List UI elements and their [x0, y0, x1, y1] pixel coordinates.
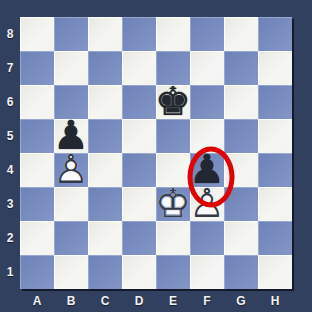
- chess-diagram: 87654321 ♚♟♟♙♟♚♔♟♙ ABCDEFGH: [0, 0, 312, 312]
- square-a4[interactable]: [20, 153, 54, 187]
- square-d2[interactable]: [122, 221, 156, 255]
- square-a2[interactable]: [20, 221, 54, 255]
- square-c4[interactable]: [88, 153, 122, 187]
- white-pawn-outline: ♙: [54, 152, 88, 186]
- square-h3[interactable]: [258, 187, 292, 221]
- file-label-a: A: [20, 289, 54, 312]
- square-e1[interactable]: [156, 255, 190, 289]
- file-label-b: B: [54, 289, 88, 312]
- rank-label-4: 4: [0, 153, 20, 187]
- white-king-outline: ♔: [156, 186, 190, 220]
- square-c6[interactable]: [88, 85, 122, 119]
- board: ♚♟♟♙♟♚♔♟♙: [20, 17, 292, 289]
- square-f8[interactable]: [190, 17, 224, 51]
- rank-label-1: 1: [0, 255, 20, 289]
- rank-labels: 87654321: [0, 17, 20, 289]
- square-c8[interactable]: [88, 17, 122, 51]
- square-g4[interactable]: [224, 153, 258, 187]
- file-label-h: H: [258, 289, 292, 312]
- rank-label-6: 6: [0, 85, 20, 119]
- square-f6[interactable]: [190, 85, 224, 119]
- square-a3[interactable]: [20, 187, 54, 221]
- square-a1[interactable]: [20, 255, 54, 289]
- square-h2[interactable]: [258, 221, 292, 255]
- black-king-e6[interactable]: ♚: [156, 85, 190, 119]
- rank-label-3: 3: [0, 187, 20, 221]
- square-d6[interactable]: [122, 85, 156, 119]
- square-g3[interactable]: [224, 187, 258, 221]
- square-f1[interactable]: [190, 255, 224, 289]
- square-b4[interactable]: ♟♙: [54, 153, 88, 187]
- file-label-g: G: [224, 289, 258, 312]
- square-c5[interactable]: [88, 119, 122, 153]
- square-d4[interactable]: [122, 153, 156, 187]
- square-b8[interactable]: [54, 17, 88, 51]
- file-label-f: F: [190, 289, 224, 312]
- square-c1[interactable]: [88, 255, 122, 289]
- square-d3[interactable]: [122, 187, 156, 221]
- square-a6[interactable]: [20, 85, 54, 119]
- square-d7[interactable]: [122, 51, 156, 85]
- square-f3[interactable]: ♟♙: [190, 187, 224, 221]
- file-label-c: C: [88, 289, 122, 312]
- square-c7[interactable]: [88, 51, 122, 85]
- square-g6[interactable]: [224, 85, 258, 119]
- square-e6[interactable]: ♚: [156, 85, 190, 119]
- square-d5[interactable]: [122, 119, 156, 153]
- white-pawn-outline: ♙: [190, 186, 224, 220]
- square-a7[interactable]: [20, 51, 54, 85]
- square-e5[interactable]: [156, 119, 190, 153]
- square-h6[interactable]: [258, 85, 292, 119]
- square-e2[interactable]: [156, 221, 190, 255]
- square-g7[interactable]: [224, 51, 258, 85]
- square-f7[interactable]: [190, 51, 224, 85]
- file-label-d: D: [122, 289, 156, 312]
- square-h4[interactable]: [258, 153, 292, 187]
- square-h5[interactable]: [258, 119, 292, 153]
- square-f2[interactable]: [190, 221, 224, 255]
- square-h1[interactable]: [258, 255, 292, 289]
- black-king-glyph: ♚: [156, 84, 190, 118]
- rank-label-2: 2: [0, 221, 20, 255]
- square-a5[interactable]: [20, 119, 54, 153]
- rank-label-8: 8: [0, 17, 20, 51]
- square-d1[interactable]: [122, 255, 156, 289]
- white-pawn-f3[interactable]: ♟♙: [190, 187, 224, 221]
- file-label-e: E: [156, 289, 190, 312]
- square-h7[interactable]: [258, 51, 292, 85]
- square-b7[interactable]: [54, 51, 88, 85]
- white-king-e3[interactable]: ♚♔: [156, 187, 190, 221]
- square-g1[interactable]: [224, 255, 258, 289]
- rank-label-5: 5: [0, 119, 20, 153]
- square-d8[interactable]: [122, 17, 156, 51]
- square-g5[interactable]: [224, 119, 258, 153]
- square-c2[interactable]: [88, 221, 122, 255]
- white-pawn-b4[interactable]: ♟♙: [54, 153, 88, 187]
- file-labels: ABCDEFGH: [20, 289, 292, 312]
- square-h8[interactable]: [258, 17, 292, 51]
- square-e3[interactable]: ♚♔: [156, 187, 190, 221]
- square-e8[interactable]: [156, 17, 190, 51]
- square-g2[interactable]: [224, 221, 258, 255]
- square-b3[interactable]: [54, 187, 88, 221]
- square-g8[interactable]: [224, 17, 258, 51]
- square-c3[interactable]: [88, 187, 122, 221]
- square-b1[interactable]: [54, 255, 88, 289]
- rank-label-7: 7: [0, 51, 20, 85]
- square-b2[interactable]: [54, 221, 88, 255]
- square-a8[interactable]: [20, 17, 54, 51]
